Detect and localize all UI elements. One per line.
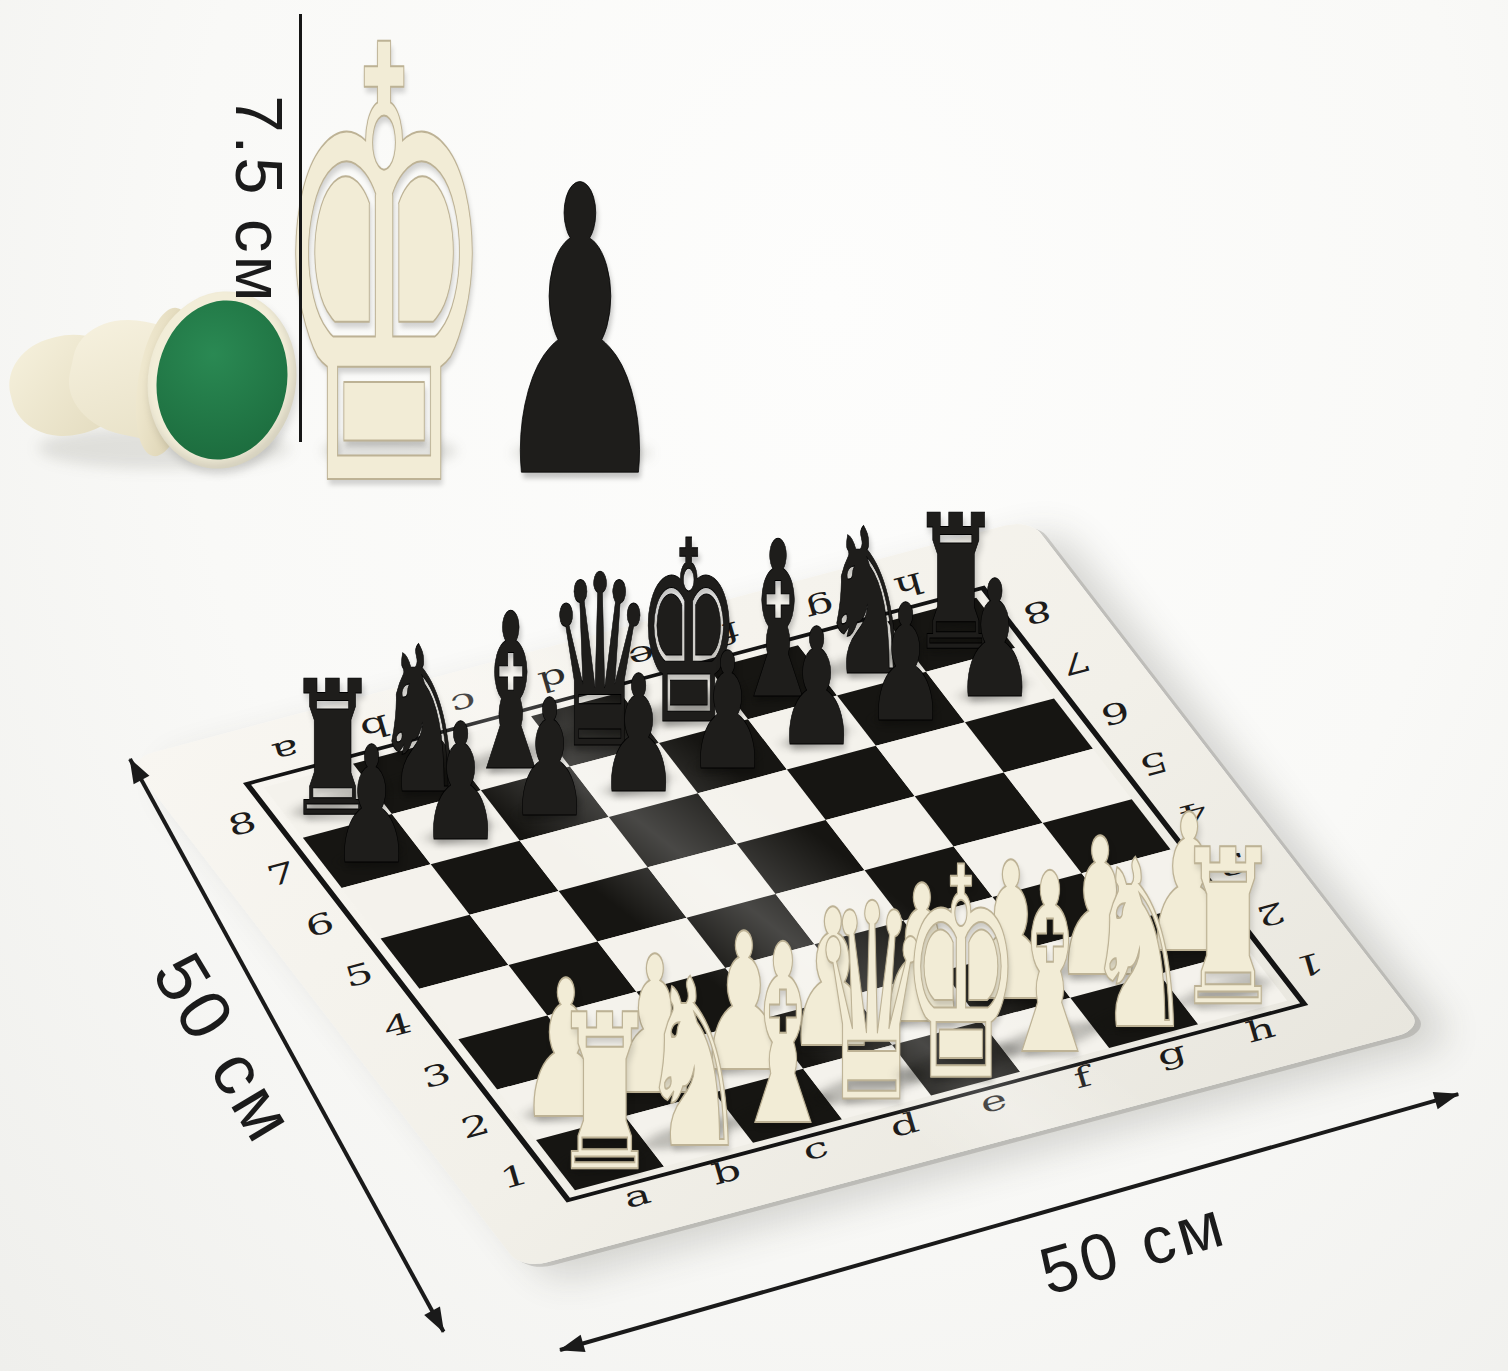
piece-glyph: ♟	[419, 703, 500, 865]
piece-glyph: ♟	[775, 608, 856, 770]
piece-glyph: ♟	[330, 727, 411, 889]
piece-glyph: ♟	[508, 679, 589, 841]
height-measure-line	[299, 14, 302, 442]
black-pawn-glyph: ♟	[491, 136, 669, 534]
fallen-white-piece	[10, 285, 310, 480]
piece-glyph: ♟	[597, 655, 678, 817]
height-dimension-label: 7.5 см	[226, 95, 293, 304]
photo-canvas: aabbccddeeffgghh1122334455667788 ♜♞♝♛♚♝♞…	[0, 0, 1508, 1371]
piece-glyph: ♟	[864, 584, 945, 746]
white-king-glyph: ♚	[271, 0, 497, 572]
piece-glyph: ♜	[1174, 820, 1280, 1035]
piece-glyph: ♟	[953, 561, 1034, 723]
piece-glyph: ♟	[686, 632, 767, 794]
left-dimension-label: 50 см	[141, 941, 309, 1154]
